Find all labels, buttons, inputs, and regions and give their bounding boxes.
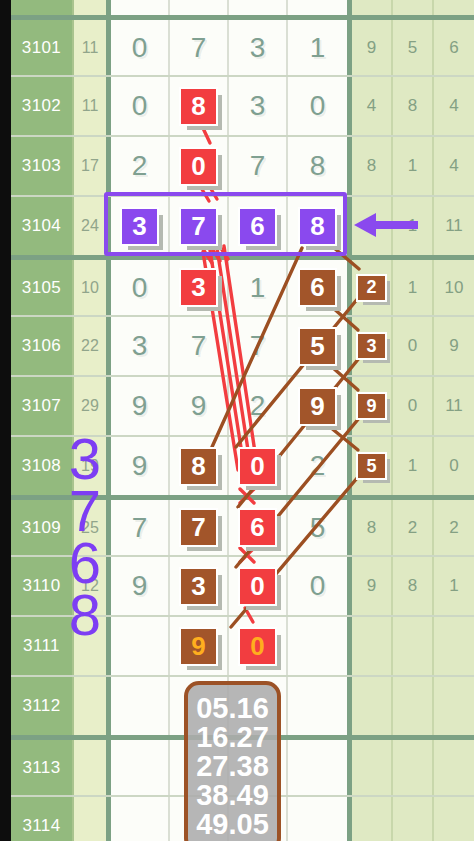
result-digit-cell <box>288 677 347 735</box>
result-digit-cell <box>111 740 170 795</box>
draw-number-cell: 3104 <box>11 197 72 255</box>
stat-cell: 9 <box>352 377 393 435</box>
stat-cell: 2 <box>352 197 393 255</box>
sum-cell: 10 <box>72 260 106 315</box>
brown-box-digit: 7 <box>179 508 218 547</box>
digit: 1 <box>250 272 266 304</box>
result-digit-cell: 2 <box>288 437 347 495</box>
stat-cell <box>352 617 393 675</box>
result-digit-cell: 3 <box>229 77 288 135</box>
stat-cell: 8 <box>352 500 393 555</box>
result-digit-cell: 3 <box>111 317 170 375</box>
stat-value: 11 <box>445 396 463 416</box>
stat-cell: 5 <box>393 20 434 75</box>
draw-number-cell: 3113 <box>11 740 72 795</box>
row-3104: 31042437682111 <box>11 195 474 255</box>
stat-cell: 8 <box>352 137 393 195</box>
pair-value: 38.49 <box>188 781 277 810</box>
result-digit-cell: 3 <box>229 20 288 75</box>
stat-value: 1 <box>408 456 417 476</box>
result-digit-cell: 0 <box>288 557 347 615</box>
result-digit-cell <box>288 740 347 795</box>
sum-cell: 19 <box>72 437 106 495</box>
stat-value: 1 <box>408 278 417 298</box>
stat-value: 9 <box>449 336 458 356</box>
stat-value: 2 <box>449 518 458 538</box>
sum-cell: 24 <box>72 197 106 255</box>
result-digit-cell: 7 <box>229 317 288 375</box>
draw-number: 3104 <box>22 216 61 236</box>
result-digit-cell: 3 <box>170 557 229 615</box>
stat-value: 4 <box>449 96 458 116</box>
brown-box-digit: 9 <box>179 627 218 666</box>
stat-value: 0 <box>408 396 417 416</box>
draw-number-cell: 3103 <box>11 137 72 195</box>
result-digit-cell: 7 <box>170 197 229 255</box>
draw-number: 3105 <box>22 278 61 298</box>
sum-cell: 17 <box>72 137 106 195</box>
stat-cell: 0 <box>393 377 434 435</box>
result-digit-cell <box>288 0 347 15</box>
result-digit-cell <box>111 0 170 15</box>
draw-number-cell: 3114 <box>11 797 72 841</box>
digit: 5 <box>310 512 326 544</box>
draw-number-cell: 3101 <box>11 20 72 75</box>
sum-cell <box>72 740 106 795</box>
stat-cell: 1 <box>393 197 434 255</box>
digit: 7 <box>191 330 207 362</box>
stat-cell <box>393 740 434 795</box>
stat-cell <box>352 740 393 795</box>
result-digit-cell: 9 <box>111 377 170 435</box>
stat-cell: 10 <box>434 260 474 315</box>
stat-value: 8 <box>367 518 376 538</box>
purple-box-digit: 7 <box>179 207 218 246</box>
stat-cell <box>434 797 474 841</box>
result-digit-cell: 0 <box>229 437 288 495</box>
stat-cell: 4 <box>434 137 474 195</box>
draw-number-cell: 3110 <box>11 557 72 615</box>
draw-number: 3107 <box>22 396 61 416</box>
draw-number-cell: 3109 <box>11 500 72 555</box>
stat-cell: 1 <box>434 557 474 615</box>
digit: 0 <box>310 90 326 122</box>
sum-cell: 29 <box>72 377 106 435</box>
digit: 2 <box>310 450 326 482</box>
brown-box-digit: 6 <box>298 268 337 307</box>
stat-cell <box>434 677 474 735</box>
result-digit-cell: 9 <box>170 377 229 435</box>
digit: 7 <box>250 330 266 362</box>
stat-cell: 8 <box>393 557 434 615</box>
result-digit-cell: 8 <box>170 77 229 135</box>
stat-value: 5 <box>408 38 417 58</box>
brown-small-box-digit: 5 <box>356 452 387 480</box>
sum-value: 17 <box>81 157 99 175</box>
result-digit-cell: 8 <box>288 137 347 195</box>
result-digit-cell: 6 <box>288 260 347 315</box>
digit: 0 <box>132 32 148 64</box>
result-digit-cell: 8 <box>170 437 229 495</box>
brown-small-box-digit: 3 <box>356 332 387 360</box>
digit: 9 <box>191 390 207 422</box>
stat-value: 2 <box>408 518 417 538</box>
result-digit-cell <box>111 797 170 841</box>
draw-number: 3106 <box>22 336 61 356</box>
brown-small-box-digit: 9 <box>356 392 387 420</box>
result-digit-cell: 7 <box>170 317 229 375</box>
brown-box-digit: 9 <box>298 387 337 426</box>
stat-cell <box>393 677 434 735</box>
pair-value: 16.27 <box>188 723 277 752</box>
draw-number: 3101 <box>22 38 61 58</box>
stat-cell <box>393 617 434 675</box>
left-edge-strip <box>0 0 11 841</box>
stat-cell: 11 <box>434 197 474 255</box>
sum-cell <box>72 617 106 675</box>
result-digit-cell: 6 <box>229 500 288 555</box>
stat-value: 8 <box>367 156 376 176</box>
sum-cell <box>72 0 106 15</box>
stat-cell <box>434 617 474 675</box>
sum-cell: 11 <box>72 77 106 135</box>
draw-number: 3109 <box>22 518 61 538</box>
draw-number: 3111 <box>23 636 60 656</box>
red-box-digit: 6 <box>238 508 277 547</box>
stat-cell: 0 <box>434 437 474 495</box>
stat-cell: 2 <box>352 260 393 315</box>
digit: 7 <box>191 32 207 64</box>
digit: 7 <box>132 512 148 544</box>
draw-number: 3110 <box>22 576 60 596</box>
draw-number: 3103 <box>22 156 61 176</box>
stat-value: 9 <box>367 576 376 596</box>
row-3101: 3101110731956 <box>11 15 474 75</box>
stat-value: 0 <box>408 336 417 356</box>
stat-cell: 2 <box>393 500 434 555</box>
sum-cell: 12 <box>72 557 106 615</box>
result-digit-cell: 9 <box>170 617 229 675</box>
result-digit-cell <box>288 797 347 841</box>
result-digit-cell <box>170 0 229 15</box>
red-box-digit: 0 <box>179 147 218 186</box>
result-digit-cell: 1 <box>229 260 288 315</box>
result-digit-cell: 0 <box>111 77 170 135</box>
digit: 7 <box>250 150 266 182</box>
sum-cell <box>72 797 106 841</box>
result-digit-cell <box>111 617 170 675</box>
digit: 2 <box>132 150 148 182</box>
draw-number-cell: 3111 <box>11 617 72 675</box>
digit: 1 <box>310 32 326 64</box>
result-digit-cell: 6 <box>229 197 288 255</box>
draw-number: 3114 <box>22 816 60 836</box>
pair-value: 05.16 <box>188 694 277 723</box>
result-digit-cell: 3 <box>111 197 170 255</box>
row-3109: 3109257765822 <box>11 495 474 555</box>
stat-cell <box>434 740 474 795</box>
sum-value: 25 <box>81 519 99 537</box>
stat-cell: 4 <box>352 77 393 135</box>
result-digit-cell: 9 <box>111 557 170 615</box>
result-digit-cell: 0 <box>229 617 288 675</box>
pairs-overlay-box: 05.1616.2727.3838.4949.05 <box>184 681 281 841</box>
stat-value: 6 <box>449 38 458 58</box>
stat-cell <box>434 0 474 15</box>
stat-cell: 1 <box>393 137 434 195</box>
row-3110: 3110129300981 <box>11 555 474 615</box>
draw-number-cell: 3106 <box>11 317 72 375</box>
row-3111: 311190 <box>11 615 474 675</box>
result-digit-cell: 9 <box>111 437 170 495</box>
draw-number-cell: 3107 <box>11 377 72 435</box>
purple-box-digit: 3 <box>120 207 159 246</box>
sum-value: 19 <box>81 457 99 475</box>
stat-value: 4 <box>367 96 376 116</box>
lottery-trend-chart-screen: 3101110731956310211083048431031720788143… <box>0 0 474 841</box>
stat-cell: 5 <box>352 437 393 495</box>
stat-cell <box>393 797 434 841</box>
result-digit-cell <box>111 677 170 735</box>
result-digit-cell: 5 <box>288 317 347 375</box>
sum-value: 29 <box>81 397 99 415</box>
digit: 9 <box>132 390 148 422</box>
stat-cell: 11 <box>434 377 474 435</box>
red-box-digit: 0 <box>238 447 277 486</box>
pair-value: 49.05 <box>188 810 277 839</box>
stat-cell: 0 <box>393 317 434 375</box>
draw-number: 3108 <box>22 456 61 476</box>
red-box-digit: 3 <box>179 268 218 307</box>
digit: 2 <box>250 390 266 422</box>
sum-cell <box>72 677 106 735</box>
sum-value: 11 <box>82 97 99 115</box>
result-digit-cell: 9 <box>288 377 347 435</box>
result-digit-cell: 1 <box>288 20 347 75</box>
result-digit-cell: 8 <box>288 197 347 255</box>
purple-box-digit: 8 <box>298 207 337 246</box>
pair-value: 27.38 <box>188 752 277 781</box>
result-digit-cell: 2 <box>229 377 288 435</box>
result-digit-cell: 0 <box>229 557 288 615</box>
red-box-digit: 0 <box>238 627 277 666</box>
result-digit-cell <box>229 0 288 15</box>
result-digit-cell: 2 <box>111 137 170 195</box>
stat-cell: 1 <box>393 260 434 315</box>
draw-number-cell: 3108 <box>11 437 72 495</box>
draw-number-cell <box>11 0 72 15</box>
stat-cell: 3 <box>352 317 393 375</box>
result-digit-cell: 7 <box>229 137 288 195</box>
brown-box-digit: 5 <box>298 327 337 366</box>
digit: 3 <box>132 330 148 362</box>
stat-value: 1 <box>449 576 458 596</box>
purple-box-digit: 6 <box>238 207 277 246</box>
result-digit-cell <box>288 617 347 675</box>
digit: 8 <box>310 150 326 182</box>
digit: 3 <box>250 32 266 64</box>
sum-value: 11 <box>82 39 99 57</box>
stat-value: 9 <box>367 38 376 58</box>
red-box-digit: 8 <box>179 87 218 126</box>
stat-value: 11 <box>445 216 463 236</box>
stat-value: 0 <box>449 456 458 476</box>
draw-number: 3102 <box>22 96 61 116</box>
digit: 9 <box>132 570 148 602</box>
stat-cell: 8 <box>393 77 434 135</box>
sum-value: 12 <box>81 577 99 595</box>
stat-cell <box>393 0 434 15</box>
stat-cell <box>352 677 393 735</box>
sum-cell: 11 <box>72 20 106 75</box>
stat-value: 8 <box>408 96 417 116</box>
digit: 3 <box>250 90 266 122</box>
result-digit-cell: 7 <box>170 20 229 75</box>
digit: 0 <box>132 90 148 122</box>
result-digit-cell: 0 <box>111 260 170 315</box>
row-partial-top <box>11 0 474 15</box>
row-3102: 3102110830484 <box>11 75 474 135</box>
digit: 9 <box>132 450 148 482</box>
stat-value: 2 <box>367 216 376 236</box>
sum-value: 22 <box>81 337 99 355</box>
sum-value: 24 <box>81 217 99 235</box>
stat-cell: 6 <box>434 20 474 75</box>
result-digit-cell: 5 <box>288 500 347 555</box>
draw-number: 3112 <box>22 696 60 716</box>
stat-cell <box>352 797 393 841</box>
result-digit-cell: 0 <box>170 137 229 195</box>
stat-cell: 9 <box>352 557 393 615</box>
row-3103: 3103172078814 <box>11 135 474 195</box>
result-digit-cell: 0 <box>111 20 170 75</box>
stat-value: 1 <box>408 156 417 176</box>
draw-number-cell: 3102 <box>11 77 72 135</box>
sum-value: 10 <box>81 279 99 297</box>
stat-cell: 9 <box>352 20 393 75</box>
draw-number-cell: 3105 <box>11 260 72 315</box>
stat-cell: 1 <box>393 437 434 495</box>
stat-value: 4 <box>449 156 458 176</box>
stat-value: 1 <box>408 216 417 236</box>
red-box-digit: 0 <box>238 567 277 606</box>
row-3107: 31072999299011 <box>11 375 474 435</box>
stat-cell <box>352 0 393 15</box>
digit: 0 <box>310 570 326 602</box>
digit: 0 <box>132 272 148 304</box>
stat-cell: 2 <box>434 500 474 555</box>
stat-value: 8 <box>408 576 417 596</box>
stat-value: 10 <box>445 278 464 298</box>
row-3105: 31051003162110 <box>11 255 474 315</box>
row-3108: 3108199802510 <box>11 435 474 495</box>
result-digit-cell: 0 <box>288 77 347 135</box>
result-digit-cell: 7 <box>111 500 170 555</box>
sum-cell: 22 <box>72 317 106 375</box>
stat-cell: 9 <box>434 317 474 375</box>
draw-number-cell: 3112 <box>11 677 72 735</box>
draw-number: 3113 <box>22 758 60 778</box>
brown-box-digit: 8 <box>179 447 218 486</box>
brown-small-box-digit: 2 <box>356 274 387 302</box>
row-3106: 3106223775309 <box>11 315 474 375</box>
result-digit-cell: 3 <box>170 260 229 315</box>
sum-cell: 25 <box>72 500 106 555</box>
result-digit-cell: 7 <box>170 500 229 555</box>
stat-cell: 4 <box>434 77 474 135</box>
brown-box-digit: 3 <box>179 567 218 606</box>
